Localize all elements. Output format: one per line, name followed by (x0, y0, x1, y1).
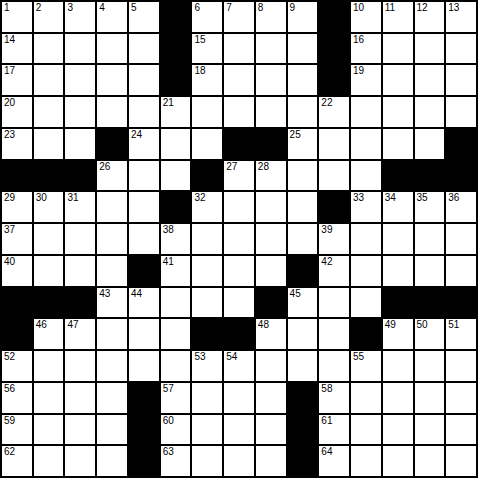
cell-r4c13[interactable] (383, 97, 413, 127)
cell-r10c6[interactable] (161, 288, 191, 318)
clue-number: 59 (4, 415, 15, 426)
cell-r13c3[interactable] (65, 383, 95, 413)
cell-r4c8[interactable] (224, 97, 254, 127)
cell-r2c13[interactable] (383, 34, 413, 64)
cell-r9c8[interactable] (224, 256, 254, 286)
cell-r4c2[interactable] (34, 97, 64, 127)
cell-r6c6[interactable] (161, 161, 191, 191)
cell-r4c10[interactable] (288, 97, 318, 127)
clue-number: 50 (417, 319, 428, 330)
cell-r15c14[interactable] (415, 446, 445, 476)
cell-r15c1[interactable]: 62 (2, 446, 32, 476)
cell-r7c8[interactable] (224, 192, 254, 222)
clue-number: 38 (163, 224, 174, 235)
clue-number: 13 (448, 2, 459, 13)
cell-r14c9[interactable] (256, 415, 286, 445)
black-cell-r9c10 (288, 256, 318, 286)
cell-r7c1[interactable]: 29 (2, 192, 32, 222)
black-cell-r2c11 (319, 34, 349, 64)
clue-number: 56 (4, 383, 15, 394)
black-cell-r7c11 (319, 192, 349, 222)
cell-r4c1[interactable]: 20 (2, 97, 32, 127)
cell-r12c8[interactable]: 54 (224, 351, 254, 381)
cell-r13c14[interactable] (415, 383, 445, 413)
cell-r13c13[interactable] (383, 383, 413, 413)
clue-number: 1 (4, 2, 10, 13)
cell-r8c7[interactable] (192, 224, 222, 254)
cell-r5c10[interactable]: 25 (288, 129, 318, 159)
crossword-grid: 1234567891011121314151617181920212223242… (0, 0, 478, 478)
cell-r7c7[interactable]: 32 (192, 192, 222, 222)
cell-r15c13[interactable] (383, 446, 413, 476)
cell-r4c5[interactable] (129, 97, 159, 127)
cell-r10c11[interactable] (319, 288, 349, 318)
black-cell-r6c15 (446, 161, 476, 191)
cell-r8c15[interactable] (446, 224, 476, 254)
cell-r9c6[interactable]: 41 (161, 256, 191, 286)
clue-number: 52 (4, 351, 15, 362)
clue-number: 61 (321, 415, 332, 426)
cell-r7c5[interactable] (129, 192, 159, 222)
cell-r1c2[interactable]: 2 (34, 2, 64, 32)
cell-r14c7[interactable] (192, 415, 222, 445)
cell-r5c7[interactable] (192, 129, 222, 159)
cell-r3c10[interactable] (288, 65, 318, 95)
cell-r6c5[interactable] (129, 161, 159, 191)
clue-number: 12 (417, 2, 428, 13)
cell-r15c12[interactable] (351, 446, 381, 476)
cell-r2c7[interactable]: 15 (192, 34, 222, 64)
black-cell-r5c9 (256, 129, 286, 159)
black-cell-r3c11 (319, 65, 349, 95)
clue-number: 33 (353, 192, 364, 203)
cell-r15c3[interactable] (65, 446, 95, 476)
cell-r8c14[interactable] (415, 224, 445, 254)
cell-r2c14[interactable] (415, 34, 445, 64)
cell-r10c10[interactable]: 45 (288, 288, 318, 318)
cell-r13c9[interactable] (256, 383, 286, 413)
cell-r3c14[interactable] (415, 65, 445, 95)
cell-r2c15[interactable] (446, 34, 476, 64)
black-cell-r5c4 (97, 129, 127, 159)
black-cell-r6c13 (383, 161, 413, 191)
cell-r7c13[interactable]: 34 (383, 192, 413, 222)
black-cell-r3c6 (161, 65, 191, 95)
clue-number: 11 (385, 2, 395, 13)
black-cell-r10c1 (2, 288, 32, 318)
cell-r12c6[interactable] (161, 351, 191, 381)
cell-r2c2[interactable] (34, 34, 64, 64)
cell-r4c11[interactable]: 22 (319, 97, 349, 127)
cell-r8c3[interactable] (65, 224, 95, 254)
cell-r9c15[interactable] (446, 256, 476, 286)
cell-r11c10[interactable] (288, 319, 318, 349)
black-cell-r14c5 (129, 415, 159, 445)
cell-r15c7[interactable] (192, 446, 222, 476)
cell-r1c3[interactable]: 3 (65, 2, 95, 32)
clue-number: 6 (194, 2, 200, 13)
clue-number: 47 (67, 319, 78, 330)
clue-number: 30 (36, 192, 47, 203)
cell-r1c12[interactable]: 10 (351, 2, 381, 32)
clue-number: 55 (353, 351, 364, 362)
cell-r9c9[interactable] (256, 256, 286, 286)
cell-r12c14[interactable] (415, 351, 445, 381)
cell-r11c13[interactable]: 49 (383, 319, 413, 349)
cell-r11c4[interactable] (97, 319, 127, 349)
black-cell-r1c6 (161, 2, 191, 32)
cell-r14c2[interactable] (34, 415, 64, 445)
black-cell-r7c6 (161, 192, 191, 222)
cell-r4c7[interactable] (192, 97, 222, 127)
cell-r14c15[interactable] (446, 415, 476, 445)
cell-r3c8[interactable] (224, 65, 254, 95)
cell-r6c11[interactable] (319, 161, 349, 191)
black-cell-r14c10 (288, 415, 318, 445)
clue-number: 21 (163, 97, 174, 108)
cell-r3c13[interactable] (383, 65, 413, 95)
clue-number: 4 (99, 2, 105, 13)
black-cell-r1c11 (319, 2, 349, 32)
cell-r7c15[interactable]: 36 (446, 192, 476, 222)
cell-r9c12[interactable] (351, 256, 381, 286)
cell-r14c4[interactable] (97, 415, 127, 445)
clue-number: 58 (321, 383, 332, 394)
cell-r9c7[interactable] (192, 256, 222, 286)
clue-number: 64 (321, 446, 332, 457)
clue-number: 43 (99, 288, 110, 299)
clue-number: 46 (36, 319, 47, 330)
black-cell-r2c6 (161, 34, 191, 64)
cell-r12c3[interactable] (65, 351, 95, 381)
cell-r10c4[interactable]: 43 (97, 288, 127, 318)
cell-r5c11[interactable] (319, 129, 349, 159)
clue-number: 60 (163, 415, 174, 426)
clue-number: 41 (163, 256, 174, 267)
black-cell-r11c7 (192, 319, 222, 349)
cell-r11c5[interactable] (129, 319, 159, 349)
clue-number: 35 (417, 192, 428, 203)
black-cell-r6c14 (415, 161, 445, 191)
black-cell-r6c3 (65, 161, 95, 191)
cell-r13c11[interactable]: 58 (319, 383, 349, 413)
cell-r6c10[interactable] (288, 161, 318, 191)
clue-number: 16 (353, 34, 364, 45)
cell-r13c8[interactable] (224, 383, 254, 413)
cell-r3c2[interactable] (34, 65, 64, 95)
cell-r3c7[interactable]: 18 (192, 65, 222, 95)
cell-r1c1[interactable]: 1 (2, 2, 32, 32)
black-cell-r5c15 (446, 129, 476, 159)
cell-r5c3[interactable] (65, 129, 95, 159)
black-cell-r15c5 (129, 446, 159, 476)
cell-r15c15[interactable] (446, 446, 476, 476)
cell-r9c1[interactable]: 40 (2, 256, 32, 286)
cell-r2c12[interactable]: 16 (351, 34, 381, 64)
cell-r3c15[interactable] (446, 65, 476, 95)
cell-r12c13[interactable] (383, 351, 413, 381)
cell-r13c1[interactable]: 56 (2, 383, 32, 413)
cell-r5c14[interactable] (415, 129, 445, 159)
clue-number: 53 (194, 351, 205, 362)
black-cell-r10c2 (34, 288, 64, 318)
cell-r7c3[interactable]: 31 (65, 192, 95, 222)
cell-r12c9[interactable] (256, 351, 286, 381)
black-cell-r13c10 (288, 383, 318, 413)
cell-r14c6[interactable]: 60 (161, 415, 191, 445)
black-cell-r10c3 (65, 288, 95, 318)
cell-r14c12[interactable] (351, 415, 381, 445)
cell-r2c3[interactable] (65, 34, 95, 64)
clue-number: 51 (448, 319, 459, 330)
clue-number: 9 (290, 2, 296, 13)
black-cell-r11c1 (2, 319, 32, 349)
cell-r5c12[interactable] (351, 129, 381, 159)
cell-r9c11[interactable]: 42 (319, 256, 349, 286)
cell-r13c6[interactable]: 57 (161, 383, 191, 413)
clue-number: 36 (448, 192, 459, 203)
clue-number: 7 (226, 2, 232, 13)
cell-r5c2[interactable] (34, 129, 64, 159)
clue-number: 24 (131, 129, 142, 140)
cell-r14c3[interactable] (65, 415, 95, 445)
cell-r4c12[interactable] (351, 97, 381, 127)
cell-r11c2[interactable]: 46 (34, 319, 64, 349)
black-cell-r10c15 (446, 288, 476, 318)
cell-r11c3[interactable]: 47 (65, 319, 95, 349)
cell-r1c13[interactable]: 11 (383, 2, 413, 32)
black-cell-r5c8 (224, 129, 254, 159)
cell-r9c3[interactable] (65, 256, 95, 286)
cell-r14c13[interactable] (383, 415, 413, 445)
cell-r15c9[interactable] (256, 446, 286, 476)
cell-r1c14[interactable]: 12 (415, 2, 445, 32)
cell-r2c5[interactable] (129, 34, 159, 64)
cell-r10c5[interactable]: 44 (129, 288, 159, 318)
cell-r6c12[interactable] (351, 161, 381, 191)
black-cell-r13c5 (129, 383, 159, 413)
cell-r8c11[interactable]: 39 (319, 224, 349, 254)
clue-number: 5 (131, 2, 137, 13)
clue-number: 25 (290, 129, 301, 140)
cell-r12c15[interactable] (446, 351, 476, 381)
cell-r4c9[interactable] (256, 97, 286, 127)
cell-r4c14[interactable] (415, 97, 445, 127)
cell-r8c2[interactable] (34, 224, 64, 254)
cell-r2c4[interactable] (97, 34, 127, 64)
cell-r8c9[interactable] (256, 224, 286, 254)
clue-number: 8 (258, 2, 264, 13)
cell-r15c6[interactable]: 63 (161, 446, 191, 476)
clue-number: 39 (321, 224, 332, 235)
cell-r3c1[interactable]: 17 (2, 65, 32, 95)
cell-r15c4[interactable] (97, 446, 127, 476)
clue-number: 49 (385, 319, 396, 330)
cell-r4c3[interactable] (65, 97, 95, 127)
cell-r7c14[interactable]: 35 (415, 192, 445, 222)
cell-r7c10[interactable] (288, 192, 318, 222)
cell-r12c10[interactable] (288, 351, 318, 381)
cell-r6c9[interactable]: 28 (256, 161, 286, 191)
cell-r4c15[interactable] (446, 97, 476, 127)
cell-r6c4[interactable]: 26 (97, 161, 127, 191)
clue-number: 57 (163, 383, 174, 394)
cell-r13c2[interactable] (34, 383, 64, 413)
cell-r10c8[interactable] (224, 288, 254, 318)
cell-r12c11[interactable] (319, 351, 349, 381)
cell-r5c5[interactable]: 24 (129, 129, 159, 159)
clue-number: 14 (4, 34, 15, 45)
cell-r12c2[interactable] (34, 351, 64, 381)
black-cell-r10c13 (383, 288, 413, 318)
clue-number: 27 (226, 161, 237, 172)
black-cell-r10c14 (415, 288, 445, 318)
black-cell-r6c1 (2, 161, 32, 191)
cell-r15c2[interactable] (34, 446, 64, 476)
clue-number: 19 (353, 65, 364, 76)
clue-number: 62 (4, 446, 15, 457)
black-cell-r15c10 (288, 446, 318, 476)
clue-number: 44 (131, 288, 142, 299)
cell-r5c6[interactable] (161, 129, 191, 159)
cell-r8c1[interactable]: 37 (2, 224, 32, 254)
cell-r12c1[interactable]: 52 (2, 351, 32, 381)
cell-r10c7[interactable] (192, 288, 222, 318)
cell-r8c10[interactable] (288, 224, 318, 254)
cell-r3c3[interactable] (65, 65, 95, 95)
cell-r11c11[interactable] (319, 319, 349, 349)
cell-r6c8[interactable]: 27 (224, 161, 254, 191)
cell-r5c13[interactable] (383, 129, 413, 159)
cell-r9c13[interactable] (383, 256, 413, 286)
clue-number: 40 (4, 256, 15, 267)
cell-r11c9[interactable]: 48 (256, 319, 286, 349)
cell-r12c7[interactable]: 53 (192, 351, 222, 381)
cell-r15c8[interactable] (224, 446, 254, 476)
cell-r12c12[interactable]: 55 (351, 351, 381, 381)
cell-r8c6[interactable]: 38 (161, 224, 191, 254)
cell-r12c5[interactable] (129, 351, 159, 381)
cell-r3c4[interactable] (97, 65, 127, 95)
clue-number: 63 (163, 446, 174, 457)
cell-r7c9[interactable] (256, 192, 286, 222)
cell-r1c10[interactable]: 9 (288, 2, 318, 32)
cell-r9c14[interactable] (415, 256, 445, 286)
clue-number: 23 (4, 129, 15, 140)
clue-number: 37 (4, 224, 15, 235)
cell-r2c8[interactable] (224, 34, 254, 64)
clue-number: 34 (385, 192, 396, 203)
cell-r7c12[interactable]: 33 (351, 192, 381, 222)
clue-number: 28 (258, 161, 269, 172)
cell-r3c5[interactable] (129, 65, 159, 95)
cell-r14c14[interactable] (415, 415, 445, 445)
cell-r2c1[interactable]: 14 (2, 34, 32, 64)
cell-r13c15[interactable] (446, 383, 476, 413)
cell-r3c9[interactable] (256, 65, 286, 95)
clue-number: 3 (67, 2, 73, 13)
clue-number: 20 (4, 97, 15, 108)
black-cell-r11c12 (351, 319, 381, 349)
cell-r8c13[interactable] (383, 224, 413, 254)
clue-number: 2 (36, 2, 42, 13)
cell-r14c11[interactable]: 61 (319, 415, 349, 445)
clue-number: 15 (194, 34, 205, 45)
clue-number: 54 (226, 351, 237, 362)
cell-r1c9[interactable]: 8 (256, 2, 286, 32)
black-cell-r11c8 (224, 319, 254, 349)
cell-r9c2[interactable] (34, 256, 64, 286)
clue-number: 26 (99, 161, 110, 172)
cell-r7c4[interactable] (97, 192, 127, 222)
cell-r14c8[interactable] (224, 415, 254, 445)
cell-r11c15[interactable]: 51 (446, 319, 476, 349)
cell-r1c7[interactable]: 6 (192, 2, 222, 32)
cell-r13c7[interactable] (192, 383, 222, 413)
cell-r5c1[interactable]: 23 (2, 129, 32, 159)
cell-r15c11[interactable]: 64 (319, 446, 349, 476)
cell-r8c4[interactable] (97, 224, 127, 254)
cell-r3c12[interactable]: 19 (351, 65, 381, 95)
cell-r12c4[interactable] (97, 351, 127, 381)
black-cell-r6c7 (192, 161, 222, 191)
cell-r11c6[interactable] (161, 319, 191, 349)
cell-r11c14[interactable]: 50 (415, 319, 445, 349)
clue-number: 17 (4, 65, 15, 76)
clue-number: 32 (194, 192, 205, 203)
cell-r13c4[interactable] (97, 383, 127, 413)
clue-number: 22 (321, 97, 332, 108)
black-cell-r9c5 (129, 256, 159, 286)
clue-number: 18 (194, 65, 205, 76)
clue-number: 48 (258, 319, 269, 330)
clue-number: 42 (321, 256, 332, 267)
cell-r10c12[interactable] (351, 288, 381, 318)
cell-r14c1[interactable]: 59 (2, 415, 32, 445)
clue-number: 29 (4, 192, 15, 203)
clue-number: 31 (67, 192, 78, 203)
cell-r1c15[interactable]: 13 (446, 2, 476, 32)
clue-number: 45 (290, 288, 301, 299)
clue-number: 10 (353, 2, 364, 13)
cell-r2c9[interactable] (256, 34, 286, 64)
cell-r13c12[interactable] (351, 383, 381, 413)
cell-r8c12[interactable] (351, 224, 381, 254)
cell-r2c10[interactable] (288, 34, 318, 64)
cell-r8c8[interactable] (224, 224, 254, 254)
cell-r9c4[interactable] (97, 256, 127, 286)
black-cell-r6c2 (34, 161, 64, 191)
cell-r8c5[interactable] (129, 224, 159, 254)
cell-r1c4[interactable]: 4 (97, 2, 127, 32)
cell-r1c8[interactable]: 7 (224, 2, 254, 32)
black-cell-r10c9 (256, 288, 286, 318)
cell-r4c4[interactable] (97, 97, 127, 127)
cell-r1c5[interactable]: 5 (129, 2, 159, 32)
cell-r7c2[interactable]: 30 (34, 192, 64, 222)
cell-r4c6[interactable]: 21 (161, 97, 191, 127)
